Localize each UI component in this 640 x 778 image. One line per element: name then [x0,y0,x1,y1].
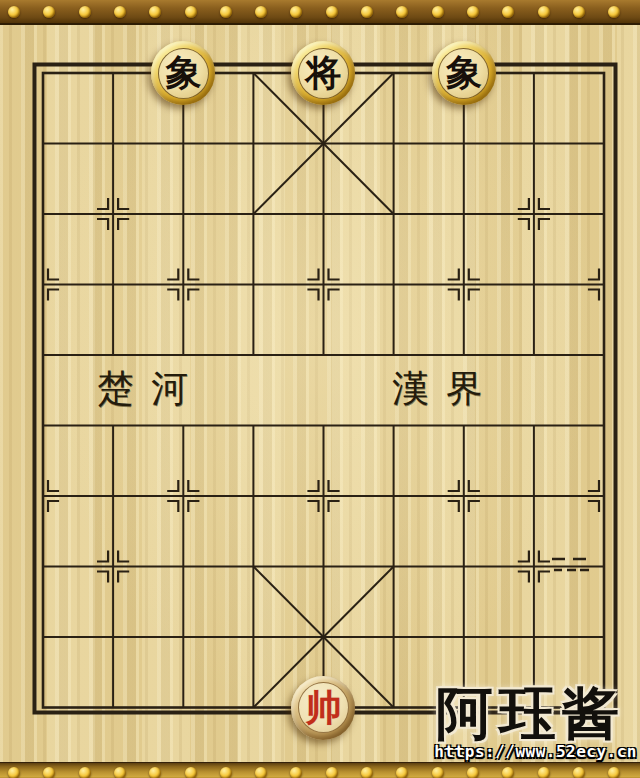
rivet-icon [538,767,550,778]
piece-red-general[interactable]: 帅 [291,676,355,740]
bottom-rail [0,762,640,778]
rivet-icon [149,767,161,778]
rivet-icon [220,767,232,778]
rivet-icon [538,6,550,18]
rivet-icon [361,6,373,18]
piece-black-elephant-left[interactable]: 象 [151,41,215,105]
piece-glyph: 将 [305,54,341,92]
rivet-icon [114,767,126,778]
piece-face: 帅 [298,682,349,733]
board-grid[interactable]: 象将象帅 [8,38,639,743]
rivet-icon [467,6,479,18]
watermark-url: https://www.52ecy.cn [434,742,637,761]
rivet-icon [290,767,302,778]
rivet-icon [396,6,408,18]
rivet-icon [43,6,55,18]
rivet-icon [608,6,620,18]
rivet-icon [290,6,302,18]
rivet-icon [114,6,126,18]
rivet-icon [79,6,91,18]
top-rail [0,0,640,25]
rivet-icon [255,6,267,18]
rivet-icon [573,767,585,778]
rivet-icon [149,6,161,18]
rivet-icon [502,767,514,778]
piece-glyph: 帅 [305,689,341,727]
rivet-icon [608,767,620,778]
piece-black-elephant-right[interactable]: 象 [432,41,496,105]
rivet-icon [185,767,197,778]
watermark-signature: 阿珏酱 [436,682,625,745]
rivet-icon [326,767,338,778]
rivet-icon [220,6,232,18]
piece-black-general[interactable]: 将 [291,41,355,105]
rivet-icon [8,767,20,778]
piece-glyph: 象 [165,54,201,92]
rivet-icon [185,6,197,18]
rivet-icon [255,767,267,778]
rivet-icon [8,6,20,18]
rivet-icon [79,767,91,778]
rivet-icon [467,767,479,778]
piece-face: 象 [438,48,489,99]
piece-glyph: 象 [446,54,482,92]
rivet-icon [326,6,338,18]
rivet-icon [43,767,55,778]
rivet-icon [573,6,585,18]
rivet-icon [396,767,408,778]
piece-face: 象 [158,48,209,99]
piece-face: 将 [298,48,349,99]
rivet-icon [361,767,373,778]
rivet-icon [432,767,444,778]
xiangqi-app: 楚河 漢界 象将象帅 阿珏酱 https://www.52ecy.cn [0,0,640,778]
rivet-icon [502,6,514,18]
rivet-icon [432,6,444,18]
